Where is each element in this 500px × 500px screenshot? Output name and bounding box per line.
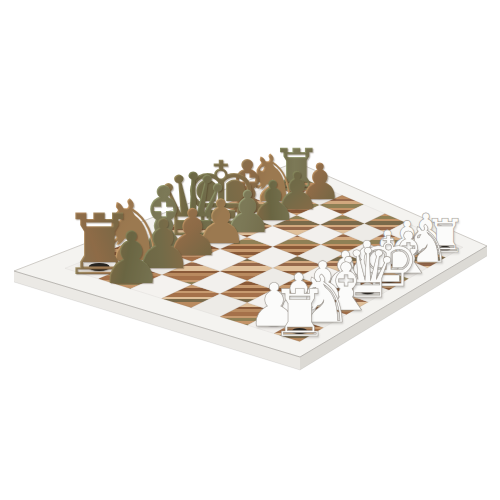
chess-board (0, 0, 500, 500)
board-squares (65, 176, 463, 342)
chess-set-product-photo: ♜♞♝♛♚♝♞♜♟♟♟♟♟♟♟♟♟♟♟♟♟♟♟♟♜♞♝♛♚♝♞♜ (0, 0, 500, 500)
